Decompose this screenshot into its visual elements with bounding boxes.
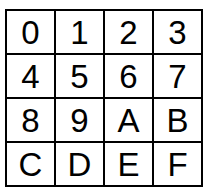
grid-cell-r3c0: C	[7, 143, 54, 185]
grid-cell-r1c0: 4	[7, 55, 54, 97]
grid-cell-r2c1: 9	[56, 99, 103, 141]
grid-cell-r1c2: 6	[105, 55, 152, 97]
grid-cell-r0c1: 1	[56, 11, 103, 53]
grid-cell-r3c1: D	[56, 143, 103, 185]
grid-cell-r3c3: F	[154, 143, 201, 185]
grid-cell-r1c3: 7	[154, 55, 201, 97]
hex-grid-board: 0 1 2 3 4 5 6 7 8 9 A B C D E F	[5, 9, 203, 187]
grid-cell-r2c3: B	[154, 99, 201, 141]
grid-cell-r2c2: A	[105, 99, 152, 141]
grid-cell-r0c0: 0	[7, 11, 54, 53]
grid-cell-r0c3: 3	[154, 11, 201, 53]
grid-cell-r2c0: 8	[7, 99, 54, 141]
grid-cell-r3c2: E	[105, 143, 152, 185]
hex-grid-diagram: 0 1 2 3 4 5 6 7 8 9 A B C D E F	[0, 0, 207, 195]
grid-cell-r0c2: 2	[105, 11, 152, 53]
grid-cell-r1c1: 5	[56, 55, 103, 97]
